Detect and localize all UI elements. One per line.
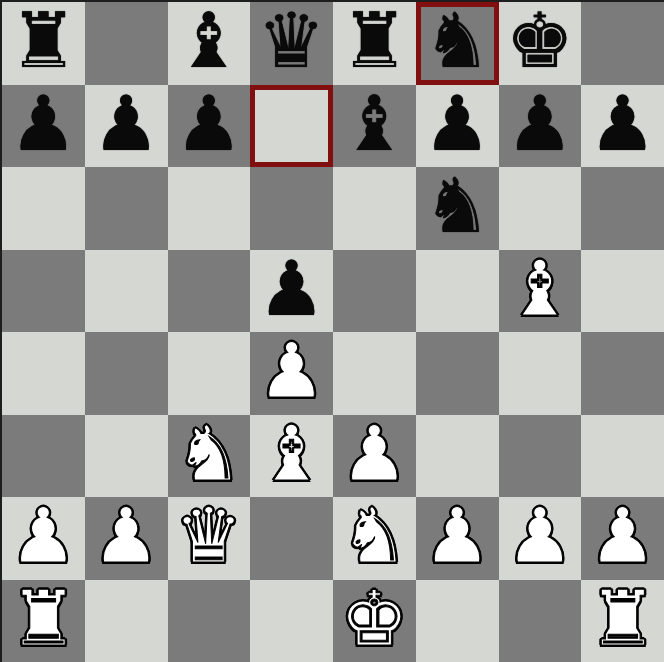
square-f2[interactable]: ♟ — [416, 497, 499, 580]
piece-black-rook[interactable]: ♜ — [340, 3, 408, 79]
square-d7[interactable] — [250, 85, 333, 168]
square-g3[interactable] — [499, 415, 582, 498]
square-a2[interactable]: ♟ — [2, 497, 85, 580]
piece-black-pawn[interactable]: ♟ — [423, 86, 491, 162]
square-h5[interactable] — [581, 250, 664, 333]
square-h7[interactable]: ♟ — [581, 85, 664, 168]
piece-black-queen[interactable]: ♛ — [258, 3, 326, 79]
square-f5[interactable] — [416, 250, 499, 333]
square-b3[interactable] — [85, 415, 168, 498]
piece-black-pawn[interactable]: ♟ — [92, 86, 160, 162]
piece-white-knight[interactable]: ♞ — [340, 498, 408, 574]
square-c3[interactable]: ♞ — [168, 415, 251, 498]
piece-white-pawn[interactable]: ♟ — [589, 498, 657, 574]
piece-black-pawn[interactable]: ♟ — [589, 86, 657, 162]
square-f7[interactable]: ♟ — [416, 85, 499, 168]
piece-white-pawn[interactable]: ♟ — [258, 333, 326, 409]
square-b2[interactable]: ♟ — [85, 497, 168, 580]
square-e8[interactable]: ♜ — [333, 2, 416, 85]
square-f6[interactable]: ♞ — [416, 167, 499, 250]
square-g6[interactable] — [499, 167, 582, 250]
square-e5[interactable] — [333, 250, 416, 333]
square-a3[interactable] — [2, 415, 85, 498]
piece-black-pawn[interactable]: ♟ — [506, 86, 574, 162]
square-d8[interactable]: ♛ — [250, 2, 333, 85]
square-e1[interactable]: ♚ — [333, 580, 416, 662]
square-b8[interactable] — [85, 2, 168, 85]
square-a8[interactable]: ♜ — [2, 2, 85, 85]
square-h2[interactable]: ♟ — [581, 497, 664, 580]
square-d4[interactable]: ♟ — [250, 332, 333, 415]
square-d3[interactable]: ♝ — [250, 415, 333, 498]
square-g5[interactable]: ♝ — [499, 250, 582, 333]
square-h8[interactable] — [581, 2, 664, 85]
square-e3[interactable]: ♟ — [333, 415, 416, 498]
square-c7[interactable]: ♟ — [168, 85, 251, 168]
piece-black-pawn[interactable]: ♟ — [258, 251, 326, 327]
square-g4[interactable] — [499, 332, 582, 415]
piece-black-rook[interactable]: ♜ — [9, 3, 77, 79]
square-c4[interactable] — [168, 332, 251, 415]
square-g2[interactable]: ♟ — [499, 497, 582, 580]
square-d1[interactable] — [250, 580, 333, 662]
square-d5[interactable]: ♟ — [250, 250, 333, 333]
square-b7[interactable]: ♟ — [85, 85, 168, 168]
chess-board: ♜♝♛♜♞♚♟♟♟♝♟♟♟♞♟♝♟♞♝♟♟♟♛♞♟♟♟♜♚♜ — [0, 0, 664, 662]
square-a5[interactable] — [2, 250, 85, 333]
square-h3[interactable] — [581, 415, 664, 498]
piece-white-pawn[interactable]: ♟ — [423, 498, 491, 574]
piece-white-pawn[interactable]: ♟ — [340, 416, 408, 492]
square-h4[interactable] — [581, 332, 664, 415]
square-c1[interactable] — [168, 580, 251, 662]
piece-white-queen[interactable]: ♛ — [175, 498, 243, 574]
square-d2[interactable] — [250, 497, 333, 580]
piece-black-pawn[interactable]: ♟ — [9, 86, 77, 162]
piece-white-bishop[interactable]: ♝ — [258, 416, 326, 492]
square-g8[interactable]: ♚ — [499, 2, 582, 85]
square-f3[interactable] — [416, 415, 499, 498]
piece-black-knight[interactable]: ♞ — [423, 3, 491, 79]
square-b5[interactable] — [85, 250, 168, 333]
piece-white-knight[interactable]: ♞ — [175, 416, 243, 492]
square-a6[interactable] — [2, 167, 85, 250]
square-c6[interactable] — [168, 167, 251, 250]
piece-black-king[interactable]: ♚ — [506, 3, 574, 79]
square-h6[interactable] — [581, 167, 664, 250]
square-g1[interactable] — [499, 580, 582, 662]
square-e4[interactable] — [333, 332, 416, 415]
square-h1[interactable]: ♜ — [581, 580, 664, 662]
square-c2[interactable]: ♛ — [168, 497, 251, 580]
square-e2[interactable]: ♞ — [333, 497, 416, 580]
square-b6[interactable] — [85, 167, 168, 250]
square-e7[interactable]: ♝ — [333, 85, 416, 168]
piece-white-king[interactable]: ♚ — [340, 581, 408, 657]
piece-white-rook[interactable]: ♜ — [9, 581, 77, 657]
piece-white-pawn[interactable]: ♟ — [506, 498, 574, 574]
square-f1[interactable] — [416, 580, 499, 662]
square-c5[interactable] — [168, 250, 251, 333]
square-f4[interactable] — [416, 332, 499, 415]
square-d6[interactable] — [250, 167, 333, 250]
piece-white-pawn[interactable]: ♟ — [92, 498, 160, 574]
piece-black-knight[interactable]: ♞ — [423, 168, 491, 244]
square-c8[interactable]: ♝ — [168, 2, 251, 85]
piece-white-bishop[interactable]: ♝ — [506, 251, 574, 327]
piece-black-bishop[interactable]: ♝ — [175, 3, 243, 79]
square-a7[interactable]: ♟ — [2, 85, 85, 168]
square-g7[interactable]: ♟ — [499, 85, 582, 168]
piece-black-pawn[interactable]: ♟ — [175, 86, 243, 162]
square-f8[interactable]: ♞ — [416, 2, 499, 85]
piece-black-bishop[interactable]: ♝ — [340, 86, 408, 162]
square-a4[interactable] — [2, 332, 85, 415]
square-b4[interactable] — [85, 332, 168, 415]
piece-white-rook[interactable]: ♜ — [589, 581, 657, 657]
square-e6[interactable] — [333, 167, 416, 250]
square-b1[interactable] — [85, 580, 168, 662]
square-a1[interactable]: ♜ — [2, 580, 85, 662]
piece-white-pawn[interactable]: ♟ — [9, 498, 77, 574]
